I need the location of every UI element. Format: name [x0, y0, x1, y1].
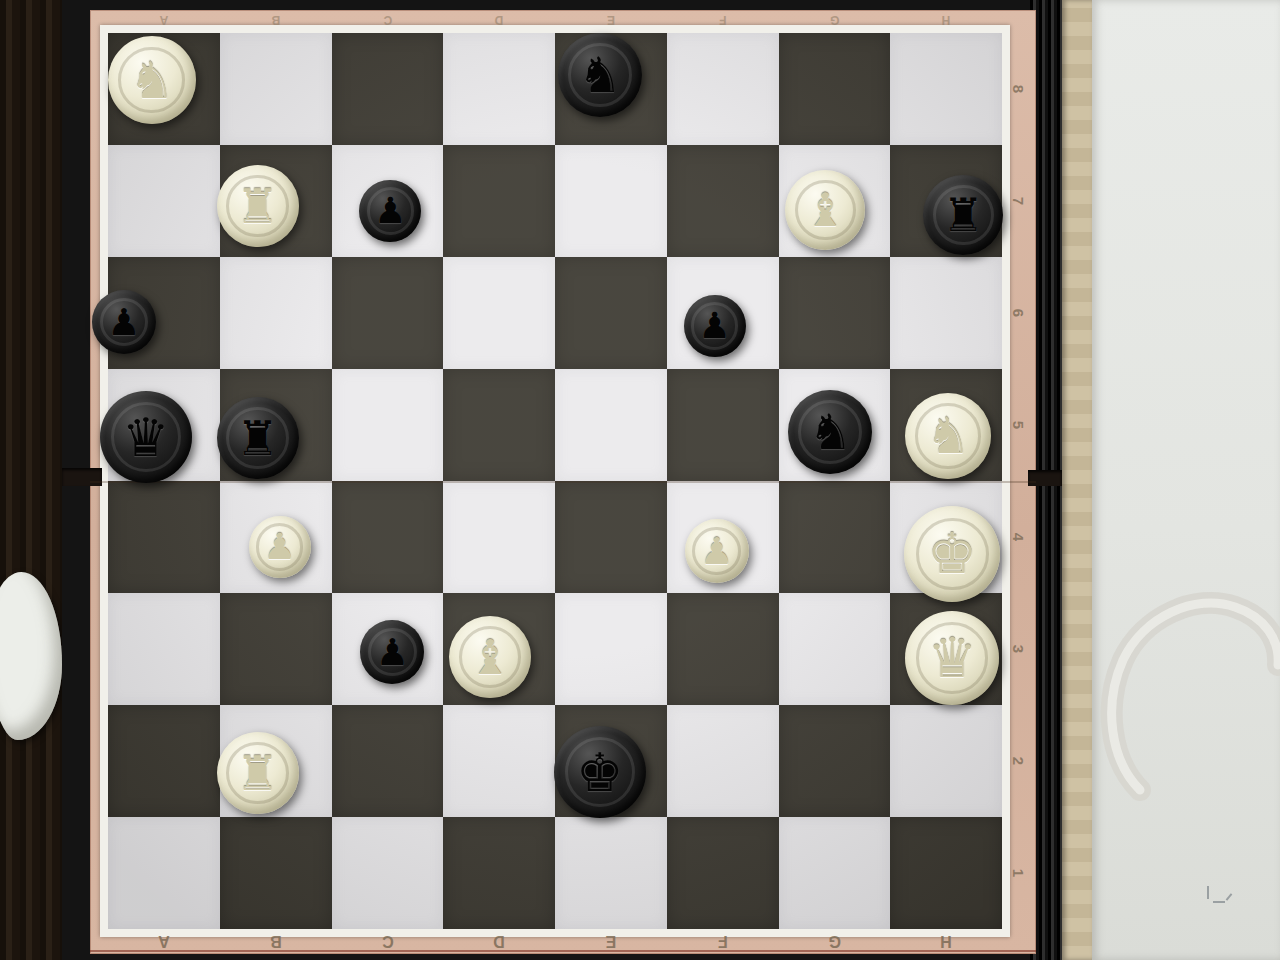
file-labels-bottom: ABCDEFGH: [108, 931, 1002, 952]
piece-white-pawn-b4[interactable]: ♟: [249, 516, 311, 578]
square-f7[interactable]: [667, 145, 779, 257]
table-scratch-mark: [1207, 886, 1209, 899]
board-fold-seam: [90, 481, 1036, 483]
square-g6[interactable]: [779, 257, 891, 369]
chessboard-photo-scene: ABCDEFGH ABCDEFGH 87654321 ♞♞♜♟♝♜♟♟♛♜♞♞♟…: [0, 0, 1280, 960]
square-f8[interactable]: [667, 33, 779, 145]
coord-label-G: G: [779, 11, 891, 30]
square-e1[interactable]: [555, 817, 667, 929]
coord-label-A: A: [108, 931, 220, 952]
black-rook-glyph: ♜: [943, 192, 984, 238]
black-rook-glyph: ♜: [236, 414, 279, 462]
white-knight-glyph: ♞: [926, 411, 971, 461]
piece-black-pawn-c3[interactable]: ♟: [360, 620, 424, 684]
square-e4[interactable]: [555, 481, 667, 593]
piece-white-king-h4[interactable]: ♚: [904, 506, 1000, 602]
coord-label-C: C: [332, 11, 444, 30]
piece-white-queen-h3[interactable]: ♛: [905, 611, 999, 705]
table-scratch-mark: [1213, 901, 1225, 903]
square-e3[interactable]: [555, 593, 667, 705]
square-f5[interactable]: [667, 369, 779, 481]
square-g8[interactable]: [779, 33, 891, 145]
white-king-glyph: ♚: [927, 526, 977, 582]
square-d8[interactable]: [443, 33, 555, 145]
coord-label-B: B: [220, 931, 332, 952]
square-c2[interactable]: [332, 705, 444, 817]
tabletop-right: [1092, 0, 1280, 960]
left-wood-surface: [0, 0, 62, 960]
square-a4[interactable]: [108, 481, 220, 593]
black-pawn-glyph: ♟: [107, 304, 140, 341]
square-d7[interactable]: [443, 145, 555, 257]
square-d2[interactable]: [443, 705, 555, 817]
piece-black-pawn-a6[interactable]: ♟: [92, 290, 156, 354]
coord-label-E: E: [555, 931, 667, 952]
white-queen-glyph: ♛: [927, 631, 976, 686]
piece-white-rook-b2[interactable]: ♜: [217, 732, 299, 814]
square-b6[interactable]: [220, 257, 332, 369]
white-knight-glyph: ♞: [129, 55, 175, 106]
coord-label-A: A: [108, 11, 220, 30]
piece-white-bishop-g7[interactable]: ♝: [785, 170, 865, 250]
table-edge-strip: [1062, 0, 1092, 960]
piece-white-knight-h5[interactable]: ♞: [905, 393, 991, 479]
piece-black-pawn-c7[interactable]: ♟: [359, 180, 421, 242]
piece-black-knight-g5[interactable]: ♞: [788, 390, 872, 474]
coord-label-1: 1: [963, 860, 1075, 886]
white-pawn-glyph: ♟: [263, 529, 295, 565]
piece-black-rook-h7[interactable]: ♜: [923, 175, 1003, 255]
coord-label-D: D: [443, 11, 555, 30]
piece-black-knight-e8[interactable]: ♞: [558, 33, 642, 117]
square-e7[interactable]: [555, 145, 667, 257]
square-f3[interactable]: [667, 593, 779, 705]
white-bishop-glyph: ♝: [805, 187, 846, 233]
square-b1[interactable]: [220, 817, 332, 929]
coord-label-D: D: [443, 931, 555, 952]
square-b8[interactable]: [220, 33, 332, 145]
square-a1[interactable]: [108, 817, 220, 929]
paper-curl-on-table: [1085, 555, 1280, 805]
square-c8[interactable]: [332, 33, 444, 145]
coord-label-H: H: [890, 11, 1002, 30]
square-g2[interactable]: [779, 705, 891, 817]
coord-label-8: 8: [963, 76, 1075, 102]
piece-white-rook-b7[interactable]: ♜: [217, 165, 299, 247]
fold-hinge-left: [62, 468, 102, 486]
black-knight-glyph: ♞: [808, 408, 852, 457]
square-f2[interactable]: [667, 705, 779, 817]
square-d6[interactable]: [443, 257, 555, 369]
coord-label-H: H: [890, 931, 1002, 952]
square-g1[interactable]: [779, 817, 891, 929]
piece-white-bishop-d3[interactable]: ♝: [449, 616, 531, 698]
square-c6[interactable]: [332, 257, 444, 369]
piece-white-pawn-f4[interactable]: ♟: [685, 519, 749, 583]
piece-black-rook-b5[interactable]: ♜: [217, 397, 299, 479]
white-rook-glyph: ♜: [236, 182, 279, 230]
piece-black-pawn-f6[interactable]: ♟: [684, 295, 746, 357]
file-labels-top: ABCDEFGH: [108, 11, 1002, 30]
black-queen-glyph: ♛: [122, 411, 170, 464]
square-g4[interactable]: [779, 481, 891, 593]
square-e6[interactable]: [555, 257, 667, 369]
black-pawn-glyph: ♟: [374, 193, 406, 229]
square-c4[interactable]: [332, 481, 444, 593]
white-bishop-glyph: ♝: [469, 633, 512, 681]
square-g3[interactable]: [779, 593, 891, 705]
coord-label-C: C: [332, 931, 444, 952]
fold-hinge-right: [1028, 470, 1062, 486]
coord-label-F: F: [667, 931, 779, 952]
square-c1[interactable]: [332, 817, 444, 929]
square-b3[interactable]: [220, 593, 332, 705]
white-rook-glyph: ♜: [236, 749, 279, 797]
square-a2[interactable]: [108, 705, 220, 817]
black-pawn-glyph: ♟: [698, 308, 730, 344]
black-king-glyph: ♚: [576, 746, 624, 799]
coord-label-B: B: [220, 11, 332, 30]
square-d1[interactable]: [443, 817, 555, 929]
piece-black-king-e2[interactable]: ♚: [554, 726, 646, 818]
black-pawn-glyph: ♟: [376, 634, 409, 671]
square-a7[interactable]: [108, 145, 220, 257]
coord-label-E: E: [555, 11, 667, 30]
coord-label-6: 6: [963, 300, 1075, 326]
piece-white-knight-a8[interactable]: ♞: [108, 36, 196, 124]
black-knight-glyph: ♞: [578, 51, 622, 100]
square-f1[interactable]: [667, 817, 779, 929]
square-d4[interactable]: [443, 481, 555, 593]
coord-label-2: 2: [963, 748, 1075, 774]
coord-label-G: G: [779, 931, 891, 952]
square-c5[interactable]: [332, 369, 444, 481]
white-pawn-glyph: ♟: [700, 533, 733, 570]
square-a3[interactable]: [108, 593, 220, 705]
square-e5[interactable]: [555, 369, 667, 481]
coord-label-F: F: [667, 11, 779, 30]
piece-black-queen-a5[interactable]: ♛: [100, 391, 192, 483]
square-d5[interactable]: [443, 369, 555, 481]
